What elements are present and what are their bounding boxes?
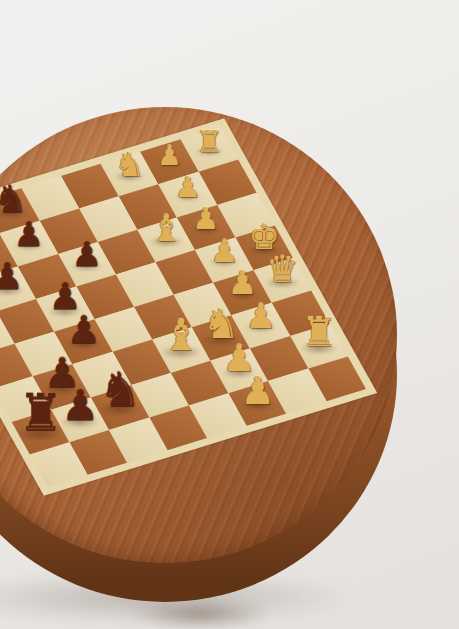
white-pawn[interactable]: ♟ — [157, 142, 181, 169]
white-rook[interactable]: ♜ — [196, 127, 223, 157]
white-pawn[interactable]: ♟ — [210, 236, 238, 267]
white-pawn[interactable]: ♟ — [240, 372, 274, 410]
black-pawn[interactable]: ♟ — [71, 237, 102, 271]
white-rook[interactable]: ♜ — [301, 313, 336, 353]
black-rook[interactable]: ♜ — [18, 388, 64, 439]
white-bishop[interactable]: ♝ — [150, 210, 183, 246]
black-pawn[interactable]: ♟ — [66, 311, 100, 349]
white-pawn[interactable]: ♟ — [245, 298, 276, 332]
white-pawn[interactable]: ♟ — [193, 204, 220, 234]
pedestal-shadow — [130, 600, 270, 629]
black-pawn[interactable]: ♟ — [61, 384, 99, 426]
white-pawn[interactable]: ♟ — [175, 173, 201, 202]
black-pawn[interactable]: ♟ — [13, 216, 44, 250]
white-bishop[interactable]: ♝ — [162, 314, 200, 357]
black-pawn[interactable]: ♟ — [0, 259, 24, 296]
white-queen[interactable]: ♛ — [266, 251, 299, 287]
black-knight[interactable]: ♞ — [99, 367, 142, 415]
white-knight[interactable]: ♞ — [115, 148, 145, 181]
product-photo-scene: ♜♜♛♚♝♝♞♞♟♟♟♟♟♟♟♟♜♞♞♟♟♟♟♟♟♟ — [0, 0, 459, 629]
black-knight[interactable]: ♞ — [0, 180, 28, 218]
